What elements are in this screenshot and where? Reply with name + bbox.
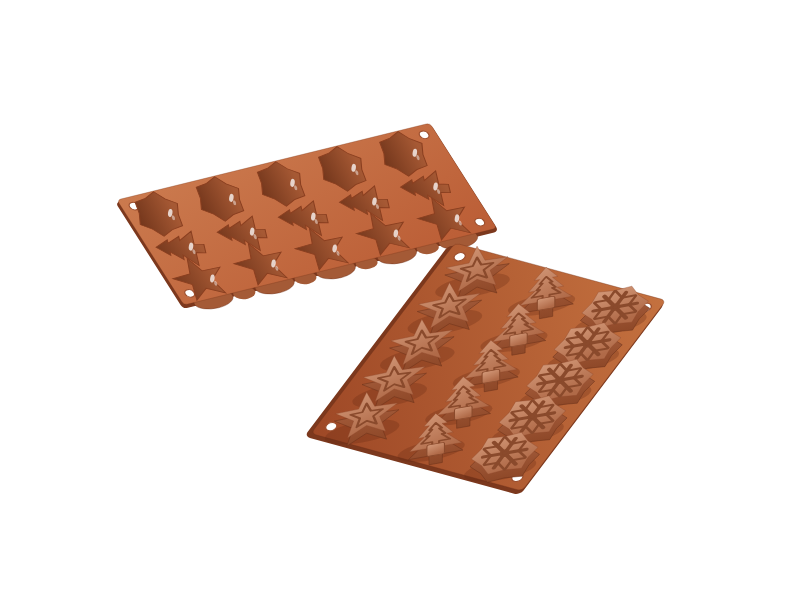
front-mold-underside-view <box>311 243 666 491</box>
product-photo <box>0 0 802 600</box>
front-mold-graphic <box>311 243 666 491</box>
